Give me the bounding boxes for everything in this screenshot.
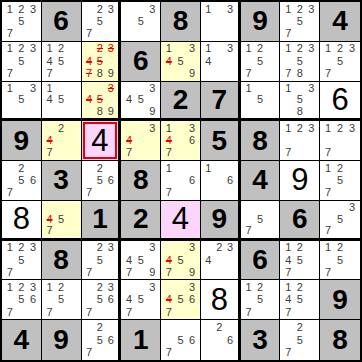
empty-slot [294, 306, 306, 318]
empty-slot [306, 254, 318, 266]
empty-slot [203, 346, 214, 359]
pencil-mark-1: 1 [243, 281, 255, 293]
empty-slot [282, 135, 294, 147]
empty-slot [147, 294, 159, 306]
given-digit: 6 [292, 203, 308, 235]
pencil-mark-5: 5 [294, 55, 306, 67]
empty-slot [123, 122, 135, 134]
pencil-mark-5: 5 [334, 213, 346, 225]
empty-slot [294, 266, 306, 278]
pencil-mark-9: 9 [147, 106, 159, 118]
empty-slot [294, 147, 306, 159]
pencil-mark-3: 3 [27, 242, 39, 254]
empty-slot [175, 162, 187, 174]
pencil-mark-5: 5 [94, 254, 105, 266]
empty-slot [67, 55, 79, 67]
cell-r3c4[interactable]: 3459 [121, 82, 161, 122]
empty-slot [84, 334, 95, 347]
empty-slot [44, 202, 56, 214]
pencil-mark-1: 1 [282, 281, 294, 293]
cell-r9c6[interactable]: 26 [201, 320, 241, 360]
pencil-mark-5: 5 [55, 213, 67, 225]
pencil-mark-1: 1 [282, 3, 294, 15]
cell-r1c3[interactable]: 2357 [82, 2, 122, 42]
empty-slot [105, 187, 116, 199]
empty-slot [163, 334, 175, 347]
empty-slot [163, 242, 175, 254]
pencil-mark-5: 5 [94, 334, 105, 347]
empty-slot [266, 225, 278, 237]
pencil-mark-3: 3 [27, 83, 39, 95]
pencil-mark-5: 5 [175, 55, 187, 67]
cell-r2c5[interactable]: 13459 [161, 42, 201, 82]
pencil-mark-2: 2 [294, 3, 306, 15]
pencil-mark-6: 6 [27, 294, 39, 306]
empty-slot [186, 346, 198, 359]
pencil-mark-6: 6 [105, 334, 116, 347]
empty-slot [294, 346, 306, 359]
empty-slot [84, 162, 95, 174]
empty-slot [186, 147, 198, 159]
cell-r8c9[interactable]: 9 [320, 280, 360, 320]
pencil-mark-7: 7 [322, 266, 334, 278]
empty-slot [16, 306, 28, 318]
pencil-mark-2: 2 [214, 242, 225, 254]
pencil-mark-5: 5 [16, 254, 28, 266]
cell-r8c3[interactable]: 23567 [82, 280, 122, 320]
cell-r2c2[interactable]: 12457 [42, 42, 82, 82]
empty-slot [135, 266, 147, 278]
pencil-mark-3: 3 [105, 281, 116, 293]
pencil-mark-5: 5 [55, 55, 67, 67]
pencil-mark-5: 5 [294, 15, 306, 27]
pencil-mark-5: 5 [175, 254, 187, 266]
pencil-mark-5: 5 [94, 174, 105, 186]
empty-slot [306, 321, 318, 334]
cell-r4c7[interactable]: 8 [241, 121, 281, 161]
empty-slot [27, 28, 39, 40]
pencil-mark-2: 2 [94, 3, 105, 15]
empty-slot [214, 334, 225, 347]
empty-slot [243, 202, 255, 214]
pencil-mark-2: 2 [55, 122, 67, 134]
cell-r2c6[interactable]: 134 [201, 42, 241, 82]
cell-r9c2[interactable]: 9 [42, 320, 82, 360]
empty-slot [175, 135, 187, 147]
cell-r6c6[interactable]: 9 [201, 201, 241, 241]
empty-slot [334, 202, 346, 214]
pencil-mark-5: 5 [135, 94, 147, 106]
cell-r4c1[interactable]: 9 [2, 121, 42, 161]
cell-r8c1[interactable]: 123567 [2, 280, 42, 320]
pencil-mark-7: 7 [84, 28, 95, 40]
empty-slot [27, 266, 39, 278]
pencil-mark-2: 2 [16, 281, 28, 293]
cell-r2c8[interactable]: 123578 [280, 42, 320, 82]
empty-slot [84, 106, 95, 118]
given-digit: 4 [14, 324, 30, 356]
cell-r7c9[interactable]: 1257 [320, 241, 360, 281]
cell-r9c9[interactable]: 8 [320, 320, 360, 360]
empty-slot [4, 174, 16, 186]
cell-r5c3[interactable]: 2567 [82, 161, 122, 201]
empty-slot [163, 321, 175, 334]
pencil-mark-7: 7 [123, 147, 135, 159]
cell-r4c4[interactable]: 347 [121, 121, 161, 161]
empty-slot [346, 147, 358, 159]
cell-r3c3[interactable]: 34589 [82, 82, 122, 122]
pencil-mark-5: 5 [294, 254, 306, 266]
empty-slot [225, 321, 236, 334]
cell-r3c6[interactable]: 7 [201, 82, 241, 122]
empty-slot [282, 334, 294, 347]
pencil-mark-9: 9 [186, 266, 198, 278]
empty-slot [322, 202, 334, 214]
given-digit: 5 [211, 125, 227, 157]
pencil-mark-6: 6 [186, 334, 198, 347]
given-digit: 7 [211, 84, 227, 116]
empty-slot [266, 202, 278, 214]
given-digit: 9 [252, 5, 268, 37]
empty-slot [27, 106, 39, 118]
empty-slot [306, 242, 318, 254]
empty-slot [306, 266, 318, 278]
empty-slot [346, 135, 358, 147]
cell-r8c7[interactable]: 1257 [241, 280, 281, 320]
empty-slot [203, 67, 214, 79]
empty-slot [346, 225, 358, 237]
given-digit: 6 [133, 45, 149, 77]
cell-r6c1[interactable]: 8 [2, 201, 42, 241]
empty-slot [105, 254, 116, 266]
empty-slot [203, 174, 214, 186]
empty-slot [254, 306, 266, 318]
cell-r7c3[interactable]: 2357 [82, 241, 122, 281]
eliminated-mark-4: 4 [163, 254, 175, 266]
cell-r9c4[interactable]: 1 [121, 320, 161, 360]
pencil-mark-5: 5 [94, 294, 105, 306]
pencil-mark-2: 2 [334, 162, 346, 174]
empty-slot [266, 306, 278, 318]
pencil-mark-5: 5 [254, 55, 266, 67]
empty-slot [94, 306, 105, 318]
solved-digit: 8 [13, 201, 30, 237]
pencil-mark-4: 4 [44, 94, 56, 106]
empty-slot [147, 15, 159, 27]
eliminated-mark-4: 4 [44, 135, 56, 147]
cell-r6c7[interactable]: 57 [241, 201, 281, 241]
cell-r5c2[interactable]: 3 [42, 161, 82, 201]
pencil-mark-5: 5 [16, 55, 28, 67]
empty-slot [94, 83, 105, 95]
cell-r6c9[interactable]: 357 [320, 201, 360, 241]
cell-r8c4[interactable]: 3457 [121, 280, 161, 320]
pencil-mark-5: 5 [334, 55, 346, 67]
cell-r2c7[interactable]: 1257 [241, 42, 281, 82]
cell-r2c1[interactable]: 12357 [2, 42, 42, 82]
empty-slot [334, 67, 346, 79]
cell-r4c6[interactable]: 5 [201, 121, 241, 161]
empty-slot [306, 28, 318, 40]
empty-slot [175, 281, 187, 293]
cell-r8c8[interactable]: 12457 [280, 280, 320, 320]
empty-slot [105, 321, 116, 334]
pencil-mark-5: 5 [294, 94, 306, 106]
empty-slot [254, 83, 266, 95]
empty-slot [135, 3, 147, 15]
pencil-mark-1: 1 [4, 3, 16, 15]
cell-r6c4[interactable]: 2 [121, 201, 161, 241]
pencil-mark-2: 2 [16, 3, 28, 15]
pencil-mark-2: 2 [94, 281, 105, 293]
cell-r9c5[interactable]: 567 [161, 320, 201, 360]
empty-slot [266, 94, 278, 106]
cell-r5c4[interactable]: 8 [121, 161, 161, 201]
empty-slot [306, 67, 318, 79]
cell-r1c4[interactable]: 35 [121, 2, 161, 42]
empty-slot [94, 266, 105, 278]
cell-r3c9[interactable]: 6 [320, 82, 360, 122]
cell-r3c7[interactable]: 15 [241, 82, 281, 122]
cell-r8c6[interactable]: 8 [201, 280, 241, 320]
cell-r5c9[interactable]: 1257 [320, 161, 360, 201]
pencil-mark-2: 2 [94, 242, 105, 254]
given-digit: 8 [332, 324, 348, 356]
pencil-mark-1: 1 [203, 162, 214, 174]
empty-slot [175, 122, 187, 134]
empty-slot [346, 254, 358, 266]
pencil-mark-9: 9 [105, 67, 116, 79]
pencil-mark-5: 5 [254, 94, 266, 106]
pencil-mark-2: 2 [294, 122, 306, 134]
cell-r1c9[interactable]: 4 [320, 2, 360, 42]
empty-slot [175, 242, 187, 254]
cell-r4c8[interactable]: 1237 [280, 121, 320, 161]
pencil-mark-5: 5 [135, 254, 147, 266]
pencil-mark-7: 7 [163, 147, 175, 159]
empty-slot [214, 162, 225, 174]
pencil-mark-5: 5 [94, 15, 105, 27]
given-digit: 4 [332, 5, 348, 37]
empty-slot [306, 15, 318, 27]
empty-slot [4, 15, 16, 27]
cell-r5c1[interactable]: 2567 [2, 161, 42, 201]
empty-slot [4, 94, 16, 106]
pencil-mark-7: 7 [4, 187, 16, 199]
cell-r1c2[interactable]: 6 [42, 2, 82, 42]
cell-r6c5[interactable]: 4 [161, 201, 201, 241]
cell-r5c7[interactable]: 4 [241, 161, 281, 201]
empty-slot [135, 135, 147, 147]
empty-slot [67, 213, 79, 225]
empty-slot [163, 281, 175, 293]
empty-slot [203, 28, 214, 40]
pencil-mark-3: 3 [147, 281, 159, 293]
pencil-mark-4: 4 [123, 94, 135, 106]
cell-r7c7[interactable]: 6 [241, 241, 281, 281]
pencil-mark-3: 3 [147, 242, 159, 254]
empty-slot [186, 306, 198, 318]
empty-slot [282, 321, 294, 334]
pencil-mark-2: 2 [294, 242, 306, 254]
cell-r7c5[interactable]: 34579 [161, 241, 201, 281]
cell-r3c2[interactable]: 145 [42, 82, 82, 122]
cell-r4c2[interactable]: 247 [42, 121, 82, 161]
empty-slot [105, 266, 116, 278]
empty-slot [16, 187, 28, 199]
empty-slot [346, 162, 358, 174]
cell-r2c4[interactable]: 6 [121, 42, 161, 82]
cell-r4c9[interactable]: 1237 [320, 121, 360, 161]
pencil-mark-4: 4 [282, 294, 294, 306]
empty-slot [346, 242, 358, 254]
empty-slot [225, 162, 236, 174]
cell-r9c8[interactable]: 257 [280, 320, 320, 360]
empty-slot [214, 43, 225, 55]
empty-slot [67, 225, 79, 237]
cell-r7c8[interactable]: 12457 [280, 241, 320, 281]
empty-slot [105, 346, 116, 359]
pencil-mark-7: 7 [163, 187, 175, 199]
empty-slot [94, 346, 105, 359]
pencil-mark-2: 2 [16, 162, 28, 174]
cell-r7c1[interactable]: 12357 [2, 241, 42, 281]
empty-slot [334, 135, 346, 147]
pencil-mark-7: 7 [84, 346, 95, 359]
empty-slot [214, 67, 225, 79]
cell-r2c3[interactable]: 2345789 [82, 42, 122, 82]
empty-slot [214, 254, 225, 266]
pencil-mark-4: 4 [123, 294, 135, 306]
pencil-mark-1: 1 [44, 281, 56, 293]
cell-r1c6[interactable]: 13 [201, 2, 241, 42]
empty-slot [55, 225, 67, 237]
eliminated-mark-4: 4 [44, 213, 56, 225]
pencil-mark-6: 6 [105, 174, 116, 186]
cell-r2c9[interactable]: 12357 [320, 42, 360, 82]
cell-r6c3[interactable]: 1 [82, 201, 122, 241]
empty-slot [225, 67, 236, 79]
pencil-mark-7: 7 [322, 187, 334, 199]
pencil-mark-4: 4 [282, 254, 294, 266]
empty-slot [105, 162, 116, 174]
empty-slot [147, 147, 159, 159]
pencil-mark-3: 3 [147, 3, 159, 15]
empty-slot [4, 106, 16, 118]
empty-slot [266, 213, 278, 225]
empty-slot [55, 67, 67, 79]
cell-r8c2[interactable]: 1257 [42, 280, 82, 320]
pencil-mark-5: 5 [135, 294, 147, 306]
empty-slot [16, 106, 28, 118]
pencil-mark-1: 1 [44, 83, 56, 95]
cell-r4c5[interactable]: 13467 [161, 121, 201, 161]
pencil-mark-2: 2 [55, 281, 67, 293]
empty-slot [123, 83, 135, 95]
pencil-mark-4: 4 [123, 254, 135, 266]
cell-r7c6[interactable]: 234 [201, 241, 241, 281]
cell-r1c8[interactable]: 12357 [280, 2, 320, 42]
pencil-mark-5: 5 [334, 254, 346, 266]
pencil-mark-5: 5 [135, 15, 147, 27]
cell-r5c8[interactable]: 9 [280, 161, 320, 201]
empty-slot [306, 281, 318, 293]
pencil-mark-3: 3 [105, 242, 116, 254]
given-digit: 6 [252, 244, 268, 276]
empty-slot [44, 294, 56, 306]
cell-r4c3[interactable]: 4 [82, 121, 122, 161]
pencil-mark-3: 3 [186, 43, 198, 55]
pencil-mark-6: 6 [225, 174, 236, 186]
cell-r9c7[interactable]: 3 [241, 320, 281, 360]
pencil-mark-8: 8 [294, 67, 306, 79]
empty-slot [84, 3, 95, 15]
eliminated-mark-4: 4 [163, 294, 175, 306]
empty-slot [254, 67, 266, 79]
cell-r8c5[interactable]: 34567 [161, 280, 201, 320]
empty-slot [243, 213, 255, 225]
pencil-mark-3: 3 [346, 122, 358, 134]
pencil-mark-1: 1 [4, 281, 16, 293]
empty-slot [346, 174, 358, 186]
cell-r5c5[interactable]: 167 [161, 161, 201, 201]
empty-slot [4, 254, 16, 266]
empty-slot [266, 43, 278, 55]
pencil-mark-6: 6 [186, 135, 198, 147]
cell-r3c5[interactable]: 2 [161, 82, 201, 122]
sudoku-board: 1235762357358139123574123571245723457896… [0, 0, 362, 362]
given-digit: 9 [332, 284, 348, 316]
pencil-mark-2: 2 [294, 281, 306, 293]
empty-slot [214, 55, 225, 67]
cell-r5c6[interactable]: 16 [201, 161, 241, 201]
given-digit: 1 [92, 203, 108, 235]
empty-slot [67, 43, 79, 55]
empty-slot [266, 106, 278, 118]
eliminated-mark-4: 4 [84, 94, 95, 106]
empty-slot [346, 213, 358, 225]
cell-r3c1[interactable]: 135 [2, 82, 42, 122]
cell-r3c8[interactable]: 1358 [280, 82, 320, 122]
pencil-mark-1: 1 [243, 43, 255, 55]
cell-r1c7[interactable]: 9 [241, 2, 281, 42]
empty-slot [44, 106, 56, 118]
empty-slot [27, 187, 39, 199]
pencil-mark-7: 7 [163, 306, 175, 318]
pencil-mark-1: 1 [163, 122, 175, 134]
given-digit: 9 [53, 324, 69, 356]
pencil-mark-2: 2 [16, 242, 28, 254]
pencil-mark-8: 8 [94, 106, 105, 118]
pencil-mark-9: 9 [186, 67, 198, 79]
empty-slot [147, 94, 159, 106]
cell-r9c1[interactable]: 4 [2, 320, 42, 360]
given-digit: 2 [133, 203, 149, 235]
empty-slot [4, 162, 16, 174]
cell-r6c2[interactable]: 457 [42, 201, 82, 241]
cell-r9c3[interactable]: 2567 [82, 320, 122, 360]
cell-r6c8[interactable]: 6 [280, 201, 320, 241]
empty-slot [306, 294, 318, 306]
cell-r7c2[interactable]: 8 [42, 241, 82, 281]
empty-slot [4, 294, 16, 306]
pencil-mark-1: 1 [203, 43, 214, 55]
empty-slot [186, 55, 198, 67]
cell-r1c5[interactable]: 8 [161, 2, 201, 42]
cell-r7c4[interactable]: 34579 [121, 241, 161, 281]
cell-r1c1[interactable]: 12357 [2, 2, 42, 42]
pencil-mark-5: 5 [55, 94, 67, 106]
